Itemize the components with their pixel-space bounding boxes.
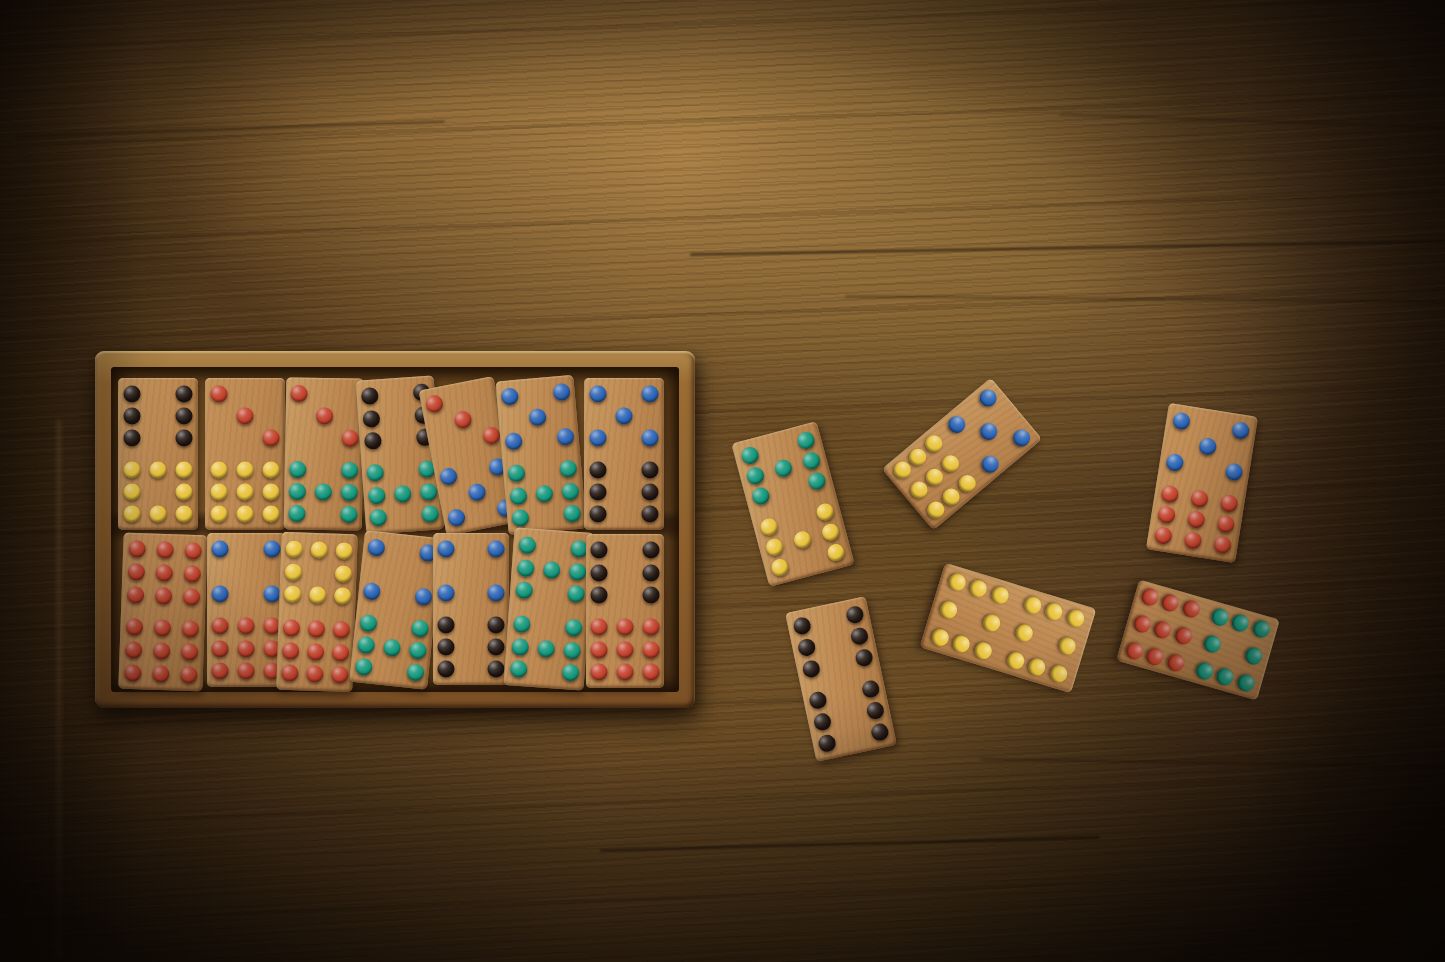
black-pip — [642, 484, 659, 501]
green-pip — [537, 639, 555, 657]
green-pip — [357, 636, 376, 655]
blue-pip — [438, 466, 458, 486]
blue-pip — [505, 432, 523, 450]
red-pip — [307, 643, 325, 661]
photo-scene — [0, 0, 1445, 962]
domino-6-9[interactable] — [586, 534, 664, 688]
red-pip — [1216, 514, 1235, 533]
yellow-pip — [929, 627, 950, 648]
red-pip — [129, 541, 147, 559]
green-pip — [394, 484, 412, 502]
yellow-pip — [764, 537, 785, 558]
green-pip — [561, 482, 579, 500]
black-pip — [123, 385, 140, 402]
red-pip — [291, 385, 308, 402]
red-pip — [1219, 493, 1238, 512]
green-pip — [383, 638, 402, 657]
domino-8-9[interactable] — [1116, 580, 1279, 701]
red-pip — [591, 641, 608, 658]
red-pip — [263, 430, 280, 447]
green-pip — [289, 461, 306, 478]
yellow-pip — [123, 506, 140, 523]
domino-half-6-black — [801, 670, 897, 761]
green-pip — [567, 585, 585, 603]
red-pip — [183, 565, 201, 583]
green-pip — [745, 465, 766, 486]
green-pip — [562, 664, 580, 682]
green-pip — [1202, 634, 1223, 655]
green-pip — [807, 471, 828, 492]
black-pip — [642, 461, 659, 478]
red-pip — [212, 618, 229, 635]
red-pip — [306, 666, 324, 684]
green-pip — [739, 445, 760, 466]
domino-5-6[interactable] — [584, 378, 664, 530]
blue-pip — [978, 453, 1002, 477]
green-pip — [751, 486, 772, 507]
yellow-pip — [237, 461, 254, 478]
blue-pip — [977, 419, 1001, 443]
yellow-pip — [210, 461, 227, 478]
black-pip — [861, 679, 881, 699]
red-pip — [212, 662, 229, 679]
red-pip — [126, 619, 144, 637]
domino-3-9[interactable] — [205, 378, 285, 530]
blue-pip — [1010, 426, 1034, 450]
domino-half-9-red — [121, 533, 208, 614]
red-pip — [281, 665, 299, 683]
green-pip — [535, 484, 553, 502]
domino-half-7-green — [509, 527, 594, 611]
red-pip — [184, 543, 202, 561]
red-pip — [182, 588, 200, 606]
red-pip — [238, 662, 255, 679]
black-pip — [801, 659, 821, 679]
wood-crack — [690, 240, 1445, 255]
green-pip — [1235, 672, 1256, 693]
yellow-pip — [150, 506, 167, 523]
domino-7-7[interactable] — [731, 421, 854, 587]
domino-5-9[interactable] — [882, 378, 1042, 531]
green-pip — [801, 450, 822, 471]
red-pip — [617, 663, 634, 680]
green-pip — [563, 641, 581, 659]
domino-half-9-red — [586, 611, 664, 688]
yellow-pip — [938, 599, 959, 620]
green-pip — [565, 618, 583, 636]
green-pip — [421, 505, 439, 523]
blue-pip — [488, 540, 505, 557]
red-pip — [1173, 625, 1194, 646]
yellow-pip — [210, 506, 227, 523]
green-pip — [559, 460, 577, 478]
green-pip — [368, 486, 386, 504]
domino-half-9-yellow — [205, 454, 285, 530]
black-pip — [817, 733, 837, 753]
green-pip — [1210, 607, 1231, 628]
green-pip — [411, 619, 430, 638]
yellow-pip — [792, 529, 813, 550]
red-pip — [127, 586, 145, 604]
blue-pip — [642, 385, 659, 402]
black-pip — [808, 690, 828, 710]
blue-pip — [488, 585, 505, 602]
black-pip — [792, 616, 812, 636]
black-pip — [854, 648, 874, 668]
domino-4-6[interactable] — [433, 533, 509, 685]
domino-4-9[interactable] — [207, 533, 285, 687]
wood-crack — [980, 758, 1445, 768]
yellow-pip — [123, 461, 140, 478]
domino-6-6[interactable] — [785, 596, 897, 762]
red-pip — [642, 663, 659, 680]
red-pip — [1152, 619, 1173, 640]
domino-half-6-black — [118, 378, 198, 454]
red-pip — [238, 618, 255, 635]
red-pip — [1157, 505, 1176, 524]
domino-8-9[interactable] — [276, 532, 357, 693]
green-pip — [340, 506, 357, 523]
domino-half-9-red — [1146, 476, 1246, 563]
blue-pip — [1172, 411, 1191, 430]
green-pip — [315, 483, 332, 500]
green-pip — [408, 641, 427, 660]
domino-half-7-green — [361, 452, 444, 534]
blue-pip — [1224, 463, 1243, 482]
yellow-pip — [1066, 608, 1087, 629]
yellow-pip — [310, 541, 328, 559]
yellow-pip — [176, 506, 193, 523]
blue-pip — [1231, 420, 1250, 439]
green-pip — [509, 660, 527, 678]
yellow-pip — [770, 558, 791, 579]
black-pip — [797, 637, 817, 657]
blue-pip — [263, 541, 280, 558]
yellow-pip — [1027, 657, 1048, 678]
green-pip — [515, 582, 533, 600]
domino-4-7[interactable] — [349, 530, 442, 689]
red-pip — [1132, 614, 1153, 635]
green-pip — [406, 663, 425, 682]
green-pip — [289, 483, 306, 500]
black-pip — [589, 484, 606, 501]
red-pip — [181, 643, 199, 661]
yellow-pip — [1013, 622, 1034, 643]
blue-pip — [589, 430, 606, 447]
blue-pip — [1165, 453, 1184, 472]
blue-pip — [589, 385, 606, 402]
wood-crack — [15, 120, 445, 137]
black-pip — [812, 712, 832, 732]
green-pip — [511, 509, 529, 527]
green-pip — [569, 562, 587, 580]
yellow-pip — [826, 543, 847, 564]
blue-pip — [437, 585, 454, 602]
green-pip — [1230, 613, 1251, 634]
blue-pip — [367, 538, 386, 557]
yellow-pip — [150, 461, 167, 478]
wood-plank-seam — [57, 420, 61, 960]
green-pip — [419, 483, 437, 501]
yellow-pip — [1044, 601, 1065, 622]
red-pip — [154, 620, 172, 638]
blue-pip — [212, 541, 229, 558]
yellow-pip — [1057, 636, 1078, 657]
black-pip — [591, 564, 608, 581]
domino-half-3-red — [285, 377, 364, 454]
red-pip — [1145, 646, 1166, 667]
red-pip — [308, 620, 326, 638]
yellow-pip — [968, 578, 989, 599]
black-pip — [642, 586, 659, 603]
red-pip — [1124, 640, 1145, 661]
green-pip — [289, 505, 306, 522]
domino-7-7[interactable] — [504, 527, 595, 690]
green-pip — [518, 536, 536, 554]
domino-6-8[interactable] — [118, 378, 198, 530]
domino-half-4-blue — [357, 530, 443, 614]
red-pip — [341, 430, 358, 447]
domino-9-9[interactable] — [118, 533, 207, 692]
yellow-pip — [237, 506, 254, 523]
yellow-pip — [263, 506, 280, 523]
black-pip — [849, 626, 869, 646]
green-pip — [1243, 645, 1264, 666]
red-pip — [617, 641, 634, 658]
red-pip — [155, 587, 173, 605]
domino-half-3-red — [205, 378, 285, 454]
yellow-pip — [210, 484, 227, 501]
black-pip — [591, 586, 608, 603]
yellow-pip — [759, 516, 780, 537]
blue-pip — [528, 407, 546, 425]
red-pip — [1190, 489, 1209, 508]
blue-pip — [616, 408, 633, 425]
blue-pip — [363, 582, 382, 601]
yellow-pip — [334, 588, 352, 606]
domino-3-7[interactable] — [284, 377, 365, 530]
black-pip — [123, 408, 140, 425]
green-pip — [359, 614, 378, 633]
yellow-pip — [990, 585, 1011, 606]
black-pip — [589, 461, 606, 478]
red-pip — [181, 621, 199, 639]
blue-pip — [976, 386, 1000, 410]
red-pip — [282, 642, 300, 660]
black-pip — [364, 432, 382, 450]
red-pip — [1160, 593, 1181, 614]
red-pip — [333, 621, 351, 639]
red-pip — [1183, 531, 1202, 550]
green-pip — [341, 462, 358, 479]
red-pip — [1186, 510, 1205, 529]
green-pip — [508, 464, 526, 482]
yellow-pip — [335, 565, 353, 583]
wood-crack — [600, 836, 1100, 851]
green-pip — [1195, 660, 1216, 681]
blue-pip — [414, 587, 433, 606]
green-pip — [543, 561, 561, 579]
domino-half-7-green — [504, 606, 589, 690]
green-pip — [509, 486, 527, 504]
blue-pip — [552, 383, 570, 401]
black-pip — [642, 542, 659, 559]
blue-pip — [447, 508, 467, 528]
black-pip — [437, 616, 454, 633]
yellow-pip — [335, 542, 353, 560]
red-pip — [124, 664, 142, 682]
black-pip — [361, 387, 379, 405]
black-pip — [176, 385, 193, 402]
green-pip — [369, 508, 387, 526]
yellow-pip — [946, 571, 967, 592]
domino-half-7-green — [349, 606, 435, 690]
red-pip — [591, 619, 608, 636]
red-pip — [1161, 484, 1180, 503]
domino-5-9[interactable] — [1146, 403, 1258, 563]
black-pip — [642, 506, 659, 523]
red-pip — [642, 619, 659, 636]
yellow-pip — [1005, 650, 1026, 671]
black-pip — [363, 409, 381, 427]
domino-half-4-blue — [207, 533, 285, 610]
red-pip — [210, 385, 227, 402]
green-pip — [1251, 619, 1272, 640]
blue-pip — [1198, 437, 1217, 456]
red-pip — [591, 663, 608, 680]
red-pip — [156, 542, 174, 560]
yellow-pip — [815, 501, 836, 522]
black-pip — [488, 616, 505, 633]
black-pip — [865, 700, 885, 720]
red-pip — [152, 665, 170, 683]
red-pip — [642, 641, 659, 658]
black-pip — [845, 605, 865, 625]
domino-8-8[interactable] — [920, 563, 1097, 693]
red-pip — [1165, 652, 1186, 673]
red-pip — [237, 408, 254, 425]
red-pip — [617, 619, 634, 636]
yellow-pip — [982, 613, 1003, 634]
domino-half-9-red — [207, 610, 285, 687]
blue-pip — [642, 430, 659, 447]
domino-half-9-red — [276, 611, 355, 693]
black-pip — [870, 722, 890, 742]
wood-crack — [1060, 113, 1445, 128]
domino-5-7[interactable] — [495, 375, 586, 535]
domino-half-5-blue — [1158, 403, 1258, 490]
red-pip — [1140, 587, 1161, 608]
black-pip — [123, 430, 140, 447]
green-pip — [512, 615, 530, 633]
red-pip — [212, 640, 229, 657]
yellow-pip — [1022, 594, 1043, 615]
blue-pip — [467, 482, 487, 502]
red-pip — [453, 410, 473, 430]
domino-half-8-yellow — [279, 532, 358, 614]
black-pip — [176, 408, 193, 425]
blue-pip — [437, 540, 454, 557]
black-pip — [589, 506, 606, 523]
black-pip — [176, 430, 193, 447]
blue-pip — [501, 387, 519, 405]
black-pip — [488, 661, 505, 678]
yellow-pip — [309, 587, 327, 605]
green-pip — [340, 484, 357, 501]
green-pip — [366, 464, 384, 482]
black-pip — [591, 542, 608, 559]
yellow-pip — [263, 461, 280, 478]
domino-half-7-green — [502, 452, 586, 536]
yellow-pip — [285, 563, 303, 581]
red-pip — [424, 393, 444, 413]
green-pip — [795, 430, 816, 451]
blue-pip — [212, 585, 229, 602]
domino-half-6-black — [433, 609, 509, 685]
red-pip — [332, 644, 350, 662]
yellow-pip — [973, 640, 994, 661]
red-pip — [153, 642, 171, 660]
wood-crack — [845, 295, 1445, 302]
black-pip — [437, 639, 454, 656]
domino-half-9-red — [118, 611, 205, 692]
domino-half-5-blue — [584, 378, 664, 454]
domino-half-4-blue — [433, 533, 509, 609]
yellow-pip — [263, 484, 280, 501]
black-pip — [437, 661, 454, 678]
blue-pip — [263, 585, 280, 602]
red-pip — [125, 641, 143, 659]
red-pip — [331, 666, 349, 684]
yellow-pip — [123, 484, 140, 501]
red-pip — [1212, 536, 1231, 555]
yellow-pip — [284, 586, 302, 604]
yellow-pip — [237, 484, 254, 501]
domino-half-5-blue — [495, 375, 579, 459]
red-pip — [283, 619, 301, 637]
black-pip — [488, 639, 505, 656]
green-pip — [511, 637, 529, 655]
yellow-pip — [820, 522, 841, 543]
yellow-pip — [951, 634, 972, 655]
green-pip — [355, 658, 374, 677]
yellow-pip — [176, 461, 193, 478]
green-pip — [1215, 666, 1236, 687]
red-pip — [180, 666, 198, 684]
black-pip — [642, 564, 659, 581]
red-pip — [156, 564, 174, 582]
yellow-pip — [176, 484, 193, 501]
red-pip — [128, 563, 146, 581]
domino-half-6-black — [586, 534, 664, 611]
domino-half-7-green — [284, 453, 363, 530]
green-pip — [516, 559, 534, 577]
yellow-pip — [1049, 663, 1070, 684]
domino-half-6-black — [584, 454, 664, 530]
red-pip — [316, 407, 333, 424]
green-pip — [563, 504, 581, 522]
blue-pip — [556, 427, 574, 445]
red-pip — [238, 640, 255, 657]
blue-pip — [944, 412, 968, 436]
domino-half-8-yellow — [118, 454, 198, 530]
red-pip — [1180, 599, 1201, 620]
red-pip — [1154, 526, 1173, 545]
yellow-pip — [285, 540, 303, 558]
green-pip — [773, 458, 794, 479]
